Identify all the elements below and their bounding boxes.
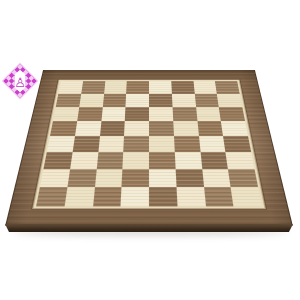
- board-square: [56, 94, 81, 107]
- board-square: [197, 121, 223, 136]
- board-square: [194, 94, 219, 107]
- board-square: [125, 107, 149, 121]
- board-square: [149, 169, 176, 187]
- board-square: [149, 152, 175, 169]
- board-square: [93, 187, 122, 206]
- board-inner-border: [32, 80, 266, 209]
- board-square: [44, 152, 73, 169]
- board-square: [176, 187, 205, 206]
- chessboard: [5, 70, 293, 226]
- board-square: [200, 152, 228, 169]
- board-square: [173, 121, 198, 136]
- board-square: [79, 94, 104, 107]
- board-square: [123, 136, 149, 152]
- board-square: [172, 107, 197, 121]
- board-square: [204, 187, 234, 206]
- shop-logo: ♙: [3, 63, 37, 99]
- board-square: [126, 94, 149, 107]
- board-grid: [36, 81, 262, 206]
- board-square: [175, 152, 202, 169]
- board-square: [122, 169, 149, 187]
- board-square: [64, 187, 94, 206]
- board-square: [75, 121, 101, 136]
- board-square: [228, 169, 258, 187]
- board-square: [217, 94, 242, 107]
- board-square: [149, 187, 177, 206]
- board-square: [58, 81, 83, 94]
- board-square: [121, 187, 149, 206]
- board-square: [101, 107, 126, 121]
- board-square: [67, 169, 96, 187]
- logo-piece-plate: ♙: [15, 70, 25, 92]
- board-square: [171, 81, 194, 94]
- board-square: [149, 136, 175, 152]
- board-square: [123, 152, 149, 169]
- board-square: [53, 107, 79, 121]
- board-shadow: [12, 229, 288, 236]
- board-square: [40, 169, 70, 187]
- board-square: [231, 187, 262, 206]
- board-square: [94, 169, 122, 187]
- board-square: [149, 81, 172, 94]
- board-square: [199, 136, 226, 152]
- board-square: [202, 169, 231, 187]
- board-frame: [5, 70, 293, 226]
- board-square: [72, 136, 99, 152]
- board-square: [70, 152, 98, 169]
- board-square: [104, 81, 127, 94]
- board-square: [100, 121, 125, 136]
- board-square: [172, 94, 196, 107]
- board-square: [124, 121, 149, 136]
- board-square: [223, 136, 251, 152]
- board-square: [50, 121, 77, 136]
- board-square: [226, 152, 255, 169]
- board-square: [219, 107, 245, 121]
- board-square: [193, 81, 217, 94]
- board-square: [149, 121, 174, 136]
- board-square: [149, 107, 173, 121]
- board-square: [126, 81, 149, 94]
- board-square: [77, 107, 102, 121]
- board-square: [96, 152, 123, 169]
- board-square: [36, 187, 67, 206]
- board-square: [175, 169, 203, 187]
- board-square: [149, 94, 172, 107]
- board-square: [221, 121, 248, 136]
- board-square: [47, 136, 75, 152]
- board-square: [102, 94, 126, 107]
- board-square: [98, 136, 124, 152]
- board-square: [174, 136, 200, 152]
- pawn-icon: ♙: [14, 76, 26, 89]
- board-square: [215, 81, 240, 94]
- board-square: [196, 107, 221, 121]
- board-square: [81, 81, 105, 94]
- product-photo: ♙: [0, 0, 300, 300]
